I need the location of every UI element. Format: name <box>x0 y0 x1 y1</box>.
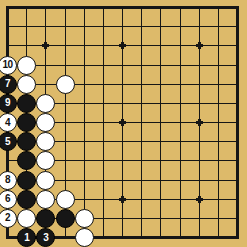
move-number-label: 1 <box>24 233 29 243</box>
white-stone[interactable] <box>36 94 55 113</box>
white-stone[interactable]: 10 <box>0 56 17 75</box>
move-number-label: 7 <box>5 79 10 89</box>
grid-line-vertical <box>218 6 219 239</box>
black-stone[interactable] <box>56 209 75 228</box>
go-diagram: 10794586213 <box>0 0 247 247</box>
white-stone[interactable] <box>36 132 55 151</box>
black-stone[interactable]: 9 <box>0 94 17 113</box>
move-number-label: 6 <box>5 194 10 204</box>
star-point <box>196 196 203 203</box>
white-stone[interactable] <box>36 113 55 132</box>
white-stone[interactable] <box>75 209 94 228</box>
white-stone[interactable] <box>17 209 36 228</box>
move-number-label: 10 <box>2 60 12 70</box>
black-stone[interactable]: 7 <box>0 75 17 94</box>
black-stone[interactable] <box>17 113 36 132</box>
black-stone[interactable]: 5 <box>0 132 17 151</box>
white-stone[interactable] <box>36 171 55 190</box>
black-stone[interactable]: 3 <box>36 228 55 247</box>
white-stone[interactable] <box>75 228 94 247</box>
move-number-label: 2 <box>5 213 10 223</box>
star-point <box>196 119 203 126</box>
black-stone[interactable] <box>17 94 36 113</box>
star-point <box>119 119 126 126</box>
go-board[interactable]: 10794586213 <box>0 0 247 247</box>
black-stone[interactable] <box>17 171 36 190</box>
grid-line-vertical <box>141 6 142 239</box>
star-point <box>119 42 126 49</box>
board-edge-line <box>236 6 239 239</box>
move-number-label: 8 <box>5 175 10 185</box>
white-stone[interactable]: 4 <box>0 113 17 132</box>
white-stone[interactable]: 8 <box>0 171 17 190</box>
white-stone[interactable] <box>56 75 75 94</box>
white-stone[interactable]: 6 <box>0 190 17 209</box>
black-stone[interactable]: 1 <box>17 228 36 247</box>
move-number-label: 9 <box>5 98 10 108</box>
move-number-label: 5 <box>5 137 10 147</box>
star-point <box>119 196 126 203</box>
white-stone[interactable]: 2 <box>0 209 17 228</box>
star-point <box>42 42 49 49</box>
black-stone[interactable] <box>17 151 36 170</box>
white-stone[interactable] <box>36 151 55 170</box>
black-stone[interactable] <box>36 209 55 228</box>
move-number-label: 4 <box>5 118 10 128</box>
grid-line-vertical <box>180 6 181 239</box>
black-stone[interactable] <box>17 190 36 209</box>
white-stone[interactable] <box>36 190 55 209</box>
white-stone[interactable] <box>56 190 75 209</box>
black-stone[interactable] <box>17 132 36 151</box>
grid-line-vertical <box>160 6 161 239</box>
move-number-label: 3 <box>43 233 48 243</box>
white-stone[interactable] <box>17 56 36 75</box>
star-point <box>196 42 203 49</box>
white-stone[interactable] <box>17 75 36 94</box>
